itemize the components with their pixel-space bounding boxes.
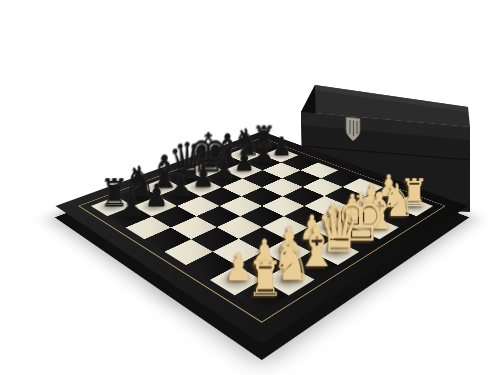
board-squares: ♜♞♝♛♚♝♞♜♟♟♟♟♟♟♟♟♟♟♟♟♟♟♟♟♜♞♝♛♚♝♞♜ [91, 141, 433, 312]
pawn-glyph: ♟ [235, 147, 256, 175]
board-scene: ♜♞♝♛♚♝♞♜♟♟♟♟♟♟♟♟♟♟♟♟♟♟♟♟♜♞♝♛♚♝♞♜ [0, 0, 500, 375]
product-photo-stage: ♜♞♝♛♚♝♞♜♟♟♟♟♟♟♟♟♟♟♟♟♟♟♟♟♜♞♝♛♚♝♞♜ [0, 0, 500, 375]
chess-board: ♜♞♝♛♚♝♞♜♟♟♟♟♟♟♟♟♟♟♟♟♟♟♟♟♜♞♝♛♚♝♞♜ [56, 131, 469, 343]
